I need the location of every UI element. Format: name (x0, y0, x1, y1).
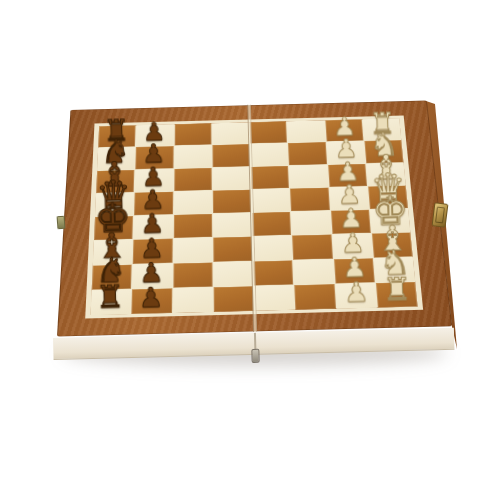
square-b4 (250, 143, 288, 166)
square-f1: ♝ (372, 233, 413, 258)
square-f7: ♟ (133, 239, 172, 264)
square-c3 (289, 165, 328, 188)
square-h3 (294, 284, 335, 310)
chess-set: ♜♟♟♜♞♟♟♞♝♟♟♝♛♟♟♛♚♟♟♚♝♟♟♝♞♟♟♞♜♟♟♜ (59, 20, 444, 405)
square-b7: ♟ (136, 146, 174, 169)
square-f4 (253, 236, 293, 261)
square-g6 (173, 262, 213, 287)
piece-black-pawn: ♟ (141, 187, 165, 212)
piece-white-pawn: ♟ (344, 280, 369, 306)
chess-board: ♜♟♟♜♞♟♟♞♝♟♟♝♛♟♟♛♚♟♟♚♝♟♟♝♞♟♟♞♜♟♟♜ (57, 101, 452, 337)
square-h8: ♜ (91, 289, 132, 315)
square-f2: ♟ (332, 234, 373, 259)
piece-black-pawn: ♟ (139, 285, 164, 311)
square-c6 (174, 168, 212, 191)
piece-white-bishop: ♝ (376, 221, 408, 255)
square-h4 (254, 285, 295, 311)
square-b1: ♞ (364, 140, 403, 163)
square-c2: ♟ (328, 164, 367, 187)
square-e2: ♟ (330, 210, 370, 234)
square-e8: ♚ (94, 216, 133, 240)
square-g8: ♞ (92, 264, 132, 289)
square-g1: ♞ (374, 257, 415, 282)
piece-white-rook: ♜ (369, 110, 396, 138)
brass-latch (432, 202, 449, 228)
square-g3 (293, 259, 334, 284)
piece-white-pawn: ♟ (342, 254, 367, 280)
square-d2: ♟ (329, 186, 369, 210)
square-e7: ♟ (134, 215, 173, 239)
square-a7: ♟ (136, 124, 173, 146)
square-d6 (174, 190, 212, 214)
square-d4 (251, 188, 290, 212)
square-c4 (251, 166, 289, 189)
square-e1: ♚ (370, 209, 411, 233)
square-h7: ♟ (132, 288, 172, 314)
square-f5 (213, 237, 252, 262)
square-d1: ♛ (368, 185, 408, 209)
square-a8: ♜ (98, 125, 136, 147)
square-a5 (212, 122, 249, 144)
square-h1: ♜ (376, 282, 418, 308)
square-b6 (174, 145, 211, 168)
square-f6 (173, 238, 212, 263)
piece-black-rook: ♜ (103, 117, 130, 145)
square-d5 (213, 189, 251, 213)
square-g4 (253, 260, 293, 285)
square-d7: ♟ (134, 191, 172, 215)
square-c7: ♟ (135, 169, 173, 192)
square-b2: ♟ (326, 141, 365, 164)
piece-black-pawn: ♟ (143, 120, 166, 144)
square-f3 (292, 235, 332, 260)
square-e4 (252, 212, 291, 236)
square-c5 (212, 167, 250, 190)
product-photo-background: ♜♟♟♜♞♟♟♞♝♟♟♝♛♟♟♛♚♟♟♚♝♟♟♝♞♟♟♞♜♟♟♜ (0, 0, 500, 500)
square-a1: ♜ (362, 118, 401, 140)
piece-white-pawn: ♟ (340, 230, 364, 256)
piece-black-pawn: ♟ (139, 260, 164, 286)
piece-white-pawn: ♟ (333, 115, 356, 139)
square-g7: ♟ (132, 263, 172, 288)
square-a2: ♟ (325, 119, 363, 141)
square-b8: ♞ (97, 147, 135, 170)
square-f8: ♝ (93, 240, 133, 265)
square-h6 (173, 287, 213, 313)
piece-black-pawn: ♟ (140, 235, 164, 261)
square-d8: ♛ (95, 192, 134, 216)
square-e6 (173, 214, 212, 238)
square-d3 (290, 187, 329, 211)
square-a4 (250, 121, 288, 143)
square-h2: ♟ (335, 283, 377, 309)
square-g2: ♟ (334, 258, 375, 283)
square-a6 (174, 123, 211, 145)
piece-black-bishop: ♝ (96, 228, 128, 262)
brass-clasp (57, 216, 66, 230)
square-b3 (288, 142, 326, 165)
square-g5 (213, 261, 253, 286)
square-b5 (212, 144, 250, 167)
square-e3 (291, 211, 331, 235)
square-c1: ♝ (366, 163, 406, 186)
square-a3 (287, 120, 325, 142)
square-e5 (213, 213, 252, 237)
square-c8: ♝ (96, 170, 134, 193)
square-h5 (213, 286, 253, 312)
